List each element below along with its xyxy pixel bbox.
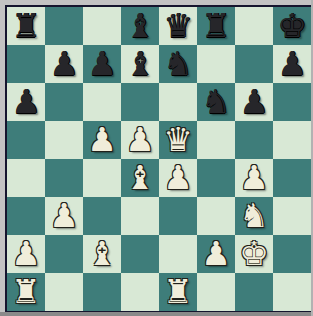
square-f8[interactable]: ♜ — [197, 7, 235, 45]
square-g7[interactable] — [235, 45, 273, 83]
square-b1[interactable] — [45, 273, 83, 311]
square-f2[interactable]: ♟ — [197, 235, 235, 273]
square-b5[interactable] — [45, 121, 83, 159]
square-f6[interactable]: ♞ — [197, 83, 235, 121]
black-pawn-a6[interactable]: ♟ — [11, 83, 41, 121]
black-queen-e8[interactable]: ♛ — [163, 7, 193, 45]
square-a5[interactable] — [7, 121, 45, 159]
black-pawn-c7[interactable]: ♟ — [87, 45, 117, 83]
white-pawn-c5[interactable]: ♟ — [87, 121, 117, 159]
black-bishop-d7[interactable]: ♝ — [125, 45, 155, 83]
white-queen-e5[interactable]: ♛ — [163, 121, 193, 159]
white-pawn-a2[interactable]: ♟ — [11, 235, 41, 273]
square-a4[interactable] — [7, 159, 45, 197]
white-rook-e1[interactable]: ♜ — [163, 273, 193, 311]
square-e2[interactable] — [159, 235, 197, 273]
white-knight-g3[interactable]: ♞ — [239, 197, 269, 235]
square-a7[interactable] — [7, 45, 45, 83]
white-pawn-b3[interactable]: ♟ — [49, 197, 79, 235]
black-pawn-g6[interactable]: ♟ — [239, 83, 269, 121]
square-a2[interactable]: ♟ — [7, 235, 45, 273]
square-c4[interactable] — [83, 159, 121, 197]
square-f1[interactable] — [197, 273, 235, 311]
square-f3[interactable] — [197, 197, 235, 235]
square-e8[interactable]: ♛ — [159, 7, 197, 45]
square-e6[interactable] — [159, 83, 197, 121]
square-b2[interactable] — [45, 235, 83, 273]
square-d2[interactable] — [121, 235, 159, 273]
board-right-margin — [311, 0, 313, 316]
square-h3[interactable] — [273, 197, 311, 235]
black-bishop-d8[interactable]: ♝ — [125, 7, 155, 45]
square-h7[interactable]: ♟ — [273, 45, 311, 83]
square-d1[interactable] — [121, 273, 159, 311]
square-g8[interactable] — [235, 7, 273, 45]
white-rook-a1[interactable]: ♜ — [11, 273, 41, 311]
square-g5[interactable] — [235, 121, 273, 159]
square-h5[interactable] — [273, 121, 311, 159]
square-c7[interactable]: ♟ — [83, 45, 121, 83]
square-d3[interactable] — [121, 197, 159, 235]
square-d5[interactable]: ♟ — [121, 121, 159, 159]
square-e5[interactable]: ♛ — [159, 121, 197, 159]
black-knight-f6[interactable]: ♞ — [201, 83, 231, 121]
square-h6[interactable] — [273, 83, 311, 121]
board-bottom-shadow — [0, 312, 313, 316]
black-rook-a8[interactable]: ♜ — [11, 7, 41, 45]
square-e7[interactable]: ♞ — [159, 45, 197, 83]
square-h8[interactable]: ♚ — [273, 7, 311, 45]
square-g6[interactable]: ♟ — [235, 83, 273, 121]
square-e4[interactable]: ♟ — [159, 159, 197, 197]
square-c5[interactable]: ♟ — [83, 121, 121, 159]
black-king-h8[interactable]: ♚ — [277, 7, 307, 45]
chess-board-frame: ♜♝♛♜♚♟♟♝♞♟♟♞♟♟♟♛♝♟♟♟♞♟♝♟♚♜♜ — [5, 5, 313, 313]
white-bishop-d4[interactable]: ♝ — [125, 159, 155, 197]
black-pawn-h7[interactable]: ♟ — [277, 45, 307, 83]
square-f5[interactable] — [197, 121, 235, 159]
square-e3[interactable] — [159, 197, 197, 235]
chess-board: ♜♝♛♜♚♟♟♝♞♟♟♞♟♟♟♛♝♟♟♟♞♟♝♟♚♜♜ — [7, 7, 311, 311]
white-king-g2[interactable]: ♚ — [239, 235, 269, 273]
square-b3[interactable]: ♟ — [45, 197, 83, 235]
square-h1[interactable] — [273, 273, 311, 311]
square-a6[interactable]: ♟ — [7, 83, 45, 121]
square-d4[interactable]: ♝ — [121, 159, 159, 197]
square-h4[interactable] — [273, 159, 311, 197]
white-pawn-g4[interactable]: ♟ — [239, 159, 269, 197]
square-d7[interactable]: ♝ — [121, 45, 159, 83]
square-b6[interactable] — [45, 83, 83, 121]
black-pawn-b7[interactable]: ♟ — [49, 45, 79, 83]
square-c3[interactable] — [83, 197, 121, 235]
white-pawn-d5[interactable]: ♟ — [125, 121, 155, 159]
square-a8[interactable]: ♜ — [7, 7, 45, 45]
square-c6[interactable] — [83, 83, 121, 121]
square-c2[interactable]: ♝ — [83, 235, 121, 273]
square-b4[interactable] — [45, 159, 83, 197]
square-h2[interactable] — [273, 235, 311, 273]
white-pawn-e4[interactable]: ♟ — [163, 159, 193, 197]
square-b8[interactable] — [45, 7, 83, 45]
square-a1[interactable]: ♜ — [7, 273, 45, 311]
square-f4[interactable] — [197, 159, 235, 197]
white-pawn-f2[interactable]: ♟ — [201, 235, 231, 273]
square-d6[interactable] — [121, 83, 159, 121]
square-d8[interactable]: ♝ — [121, 7, 159, 45]
square-c8[interactable] — [83, 7, 121, 45]
square-g3[interactable]: ♞ — [235, 197, 273, 235]
square-g4[interactable]: ♟ — [235, 159, 273, 197]
square-b7[interactable]: ♟ — [45, 45, 83, 83]
square-a3[interactable] — [7, 197, 45, 235]
square-g1[interactable] — [235, 273, 273, 311]
square-f7[interactable] — [197, 45, 235, 83]
black-rook-f8[interactable]: ♜ — [201, 7, 231, 45]
square-c1[interactable] — [83, 273, 121, 311]
white-bishop-c2[interactable]: ♝ — [87, 235, 117, 273]
square-g2[interactable]: ♚ — [235, 235, 273, 273]
square-e1[interactable]: ♜ — [159, 273, 197, 311]
black-knight-e7[interactable]: ♞ — [163, 45, 193, 83]
